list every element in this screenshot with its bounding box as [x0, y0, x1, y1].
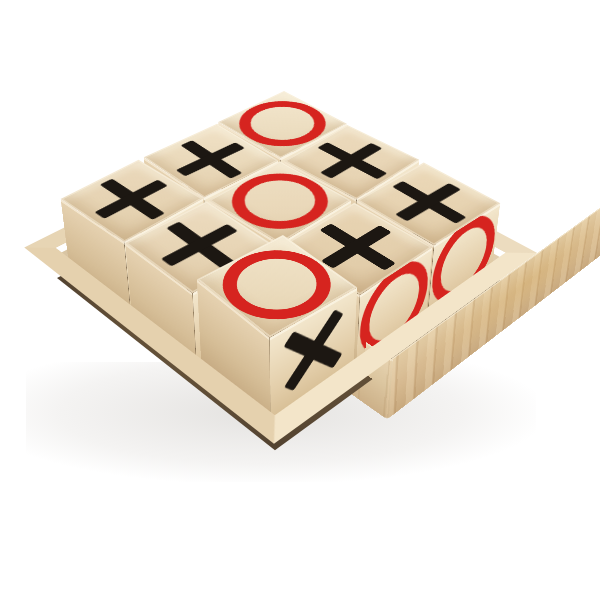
scene [0, 0, 600, 600]
